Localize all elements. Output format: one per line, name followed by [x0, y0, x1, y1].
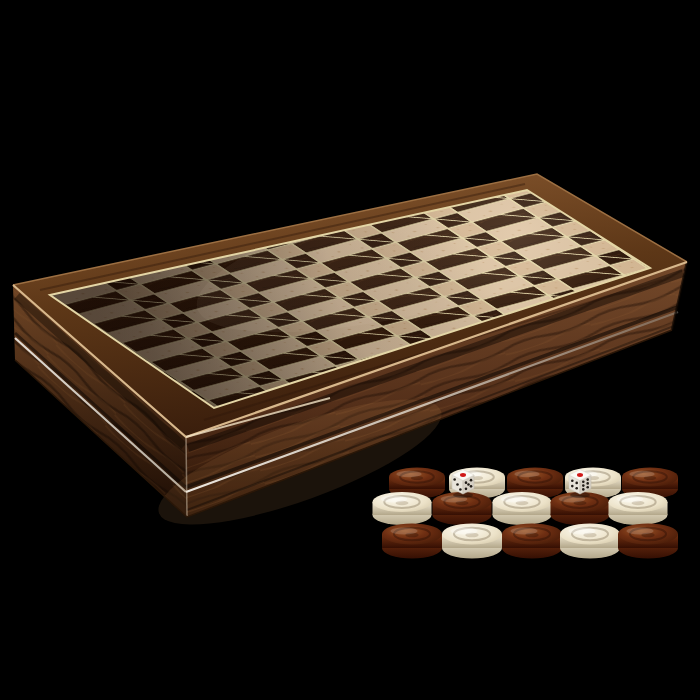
die-top-pip-red — [577, 473, 583, 477]
checker-brown[interactable] — [382, 524, 442, 559]
die-top-pip-red — [460, 473, 466, 477]
die[interactable] — [452, 470, 474, 499]
checker-white[interactable] — [560, 524, 620, 559]
checkers-tray — [373, 468, 679, 559]
backgammon-scene-svg — [0, 0, 700, 700]
checker-white[interactable] — [493, 492, 552, 525]
case-front-corner-edge — [186, 437, 187, 517]
checker-white[interactable] — [609, 492, 668, 525]
checker-white[interactable] — [442, 524, 502, 559]
checker-brown[interactable] — [502, 524, 562, 559]
checker-brown[interactable] — [618, 524, 678, 559]
checker-white[interactable] — [373, 492, 432, 525]
scene — [0, 0, 700, 700]
die[interactable] — [569, 470, 591, 499]
